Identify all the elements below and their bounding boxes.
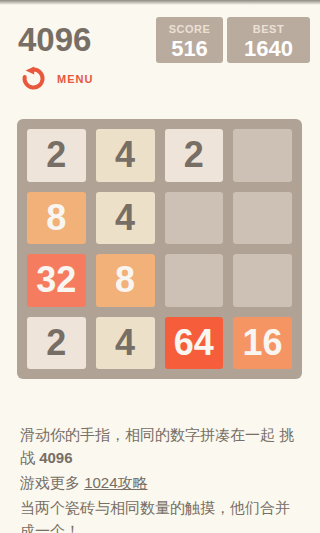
board-cell (233, 254, 292, 307)
board-cell (165, 192, 224, 245)
board-cell: 2 (27, 129, 86, 182)
board-cell: 8 (27, 192, 86, 245)
score-label: SCORE (156, 23, 223, 36)
menu-button[interactable]: MENU (57, 73, 93, 85)
game-board[interactable]: 2 4 2 8 4 32 8 2 4 64 16 (17, 119, 302, 379)
restart-icon[interactable] (21, 66, 46, 91)
board-cell: 2 (27, 317, 86, 370)
board-cell: 4 (96, 317, 155, 370)
controls-row: MENU (21, 66, 93, 91)
instructions-line-1: 滑动你的手指，相同的数字拼凑在一起 挑战 4096 (20, 423, 300, 469)
board-cell (165, 254, 224, 307)
board-cell: 16 (233, 317, 292, 370)
goal-number: 4096 (39, 449, 72, 466)
board-cell (233, 129, 292, 182)
board-cell: 64 (165, 317, 224, 370)
best-box: BEST 1640 (227, 17, 310, 63)
board-cell: 4 (96, 129, 155, 182)
best-label: BEST (227, 23, 310, 36)
more-games-text: 游戏更多 (20, 474, 84, 491)
score-box: SCORE 516 (156, 17, 223, 63)
board-cell: 32 (27, 254, 86, 307)
best-value: 1640 (227, 36, 310, 61)
game-title: 4096 (18, 22, 91, 58)
instructions-text: 滑动你的手指，相同的数字拼凑在一起 挑战 4096 游戏更多 1024攻略 当两… (20, 423, 300, 533)
instructions-line-3: 当两个瓷砖与相同数量的触摸，他们合并成一个！ (20, 496, 300, 533)
scoreboard: SCORE 516 BEST 1640 (156, 17, 310, 63)
instructions-line-2: 游戏更多 1024攻略 (20, 471, 300, 494)
status-bar-shadow (0, 0, 320, 5)
board-cell: 4 (96, 192, 155, 245)
score-value: 516 (156, 36, 223, 61)
strategy-link[interactable]: 1024攻略 (84, 474, 147, 491)
board-cell: 8 (96, 254, 155, 307)
board-cell (233, 192, 292, 245)
board-cell: 2 (165, 129, 224, 182)
